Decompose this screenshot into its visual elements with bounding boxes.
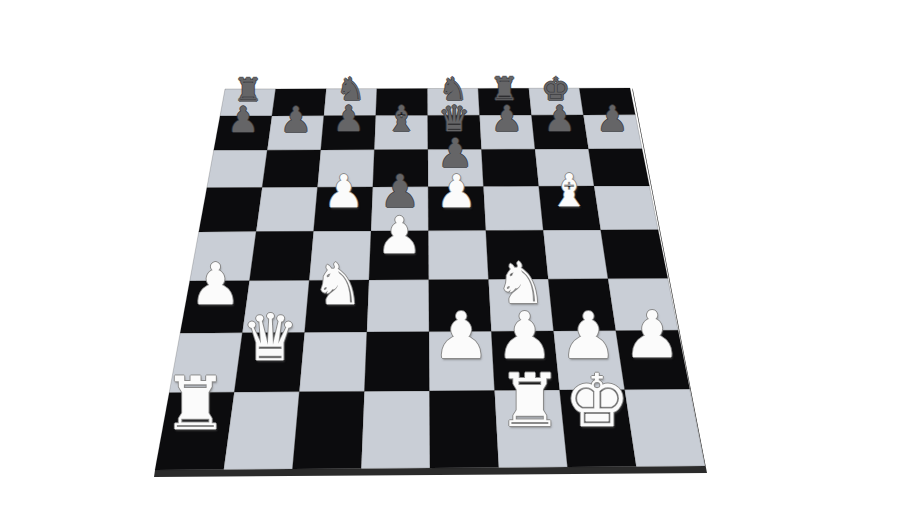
square-f6[interactable] (481, 149, 538, 186)
black-pawn-h7[interactable]: ♟ (587, 101, 637, 137)
black-pawn-a7[interactable]: ♟ (218, 102, 268, 138)
square-b5[interactable] (256, 187, 317, 231)
white-bishop-g5[interactable]: ♝ (538, 168, 601, 213)
black-pawn-f7[interactable]: ♟ (482, 101, 532, 137)
square-a6[interactable] (207, 150, 267, 188)
square-c1[interactable] (293, 391, 365, 469)
square-h5[interactable] (594, 186, 658, 230)
white-king-g1[interactable]: ♚ (546, 364, 648, 437)
chessboard-scene: ♜♞♞♜♚♟♟♟♝♛♟♟♟♟♟♟♟♝♟♟♞♞♛♟♟♟♟♜♜♚ (0, 0, 910, 512)
white-queen-b2[interactable]: ♛ (225, 306, 315, 371)
black-bishop-d7[interactable]: ♝ (377, 101, 427, 137)
white-pawn-d4[interactable]: ♟ (364, 210, 436, 261)
square-a5[interactable] (199, 187, 262, 231)
white-rook-a1[interactable]: ♜ (144, 367, 246, 440)
black-pawn-g7[interactable]: ♟ (535, 101, 585, 137)
white-pawn-e5[interactable]: ♟ (425, 169, 488, 214)
white-knight-c3[interactable]: ♞ (297, 256, 377, 313)
black-pawn-c7[interactable]: ♟ (324, 101, 374, 137)
black-pawn-b7[interactable]: ♟ (271, 102, 321, 138)
white-pawn-c5[interactable]: ♟ (312, 169, 375, 214)
square-f5[interactable] (483, 186, 543, 230)
square-d1[interactable] (361, 391, 430, 469)
square-h4[interactable] (601, 230, 668, 279)
